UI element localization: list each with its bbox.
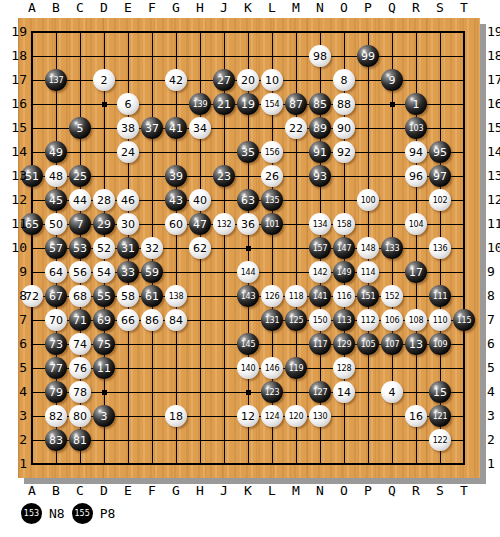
row-label-right-3: 3 xyxy=(487,409,500,423)
stone-white-120-M3: 120 xyxy=(285,405,307,427)
stone-white-48-B13: 48 xyxy=(45,165,67,187)
star-point-Q16 xyxy=(390,102,395,107)
stone-white-104-R11: 104 xyxy=(405,213,427,235)
stone-white-56-C9: 56 xyxy=(69,261,91,283)
stone-white-76-C5: 76 xyxy=(69,357,91,379)
stone-white-132-J11: 132 xyxy=(213,213,235,235)
row-label-left-14: 14 xyxy=(1,145,27,159)
stone-white-52-D10: 52 xyxy=(93,237,115,259)
stone-white-142-N9: 142 xyxy=(309,261,331,283)
stone-black-91-N14: 91 xyxy=(309,141,331,163)
stone-white-46-E12: 46 xyxy=(117,189,139,211)
col-label-bottom-J: J xyxy=(212,484,236,498)
stone-black-59-F9: 59 xyxy=(141,261,163,283)
stone-black-85-N16: 85 xyxy=(309,93,331,115)
col-label-top-C: C xyxy=(68,1,92,15)
stone-white-60-G11: 60 xyxy=(165,213,187,235)
stone-white-116-O8: 116 xyxy=(333,285,355,307)
stone-white-24-E14: 24 xyxy=(117,141,139,163)
stone-white-122-S2: 122 xyxy=(429,429,451,451)
stone-black-75-D6: 75 xyxy=(93,333,115,355)
row-label-left-17: 17 xyxy=(1,73,27,87)
stone-white-18-G3: 18 xyxy=(165,405,187,427)
star-point-K4 xyxy=(246,390,251,395)
stone-white-144-K9: 144 xyxy=(237,261,259,283)
row-label-right-13: 13 xyxy=(487,169,500,183)
stone-white-38-E15: 38 xyxy=(117,117,139,139)
stone-black-11-D5: 11 xyxy=(93,357,115,379)
stone-black-9-Q17: 9 xyxy=(381,69,403,91)
col-label-top-G: G xyxy=(164,1,188,15)
col-label-top-Q: Q xyxy=(380,1,404,15)
stone-black-139-H16: 139 xyxy=(189,93,211,115)
col-label-top-M: M xyxy=(284,1,308,15)
stone-white-108-R7: 108 xyxy=(405,309,427,331)
row-label-right-7: 7 xyxy=(487,313,500,327)
stone-white-28-D12: 28 xyxy=(93,189,115,211)
stone-white-42-G17: 42 xyxy=(165,69,187,91)
stone-white-128-O5: 128 xyxy=(333,357,355,379)
stone-black-3-D3: 3 xyxy=(93,405,115,427)
stone-black-109-S6: 109 xyxy=(429,333,451,355)
stone-white-140-K5: 140 xyxy=(237,357,259,379)
stone-white-100-P12: 100 xyxy=(357,189,379,211)
stone-white-2-D17: 2 xyxy=(93,69,115,91)
stone-white-58-E8: 58 xyxy=(117,285,139,307)
stone-white-6-E16: 6 xyxy=(117,93,139,115)
row-label-right-4: 4 xyxy=(487,385,500,399)
stone-white-98-N18: 98 xyxy=(309,45,331,67)
stone-white-110-S7: 110 xyxy=(429,309,451,331)
stone-black-103-R15: 103 xyxy=(405,117,427,139)
stone-white-118-M8: 118 xyxy=(285,285,307,307)
stone-black-89-N15: 89 xyxy=(309,117,331,139)
row-label-right-1: 1 xyxy=(487,457,500,471)
row-label-left-10: 10 xyxy=(1,241,27,255)
row-label-left-3: 3 xyxy=(1,409,27,423)
stone-black-141-N8: 141 xyxy=(309,285,331,307)
row-label-right-15: 15 xyxy=(487,121,500,135)
stone-white-130-N3: 130 xyxy=(309,405,331,427)
stone-white-96-R13: 96 xyxy=(405,165,427,187)
stone-black-67-B8: 67 xyxy=(45,285,67,307)
stone-white-134-N11: 134 xyxy=(309,213,331,235)
stone-black-117-N6: 117 xyxy=(309,333,331,355)
col-label-bottom-H: H xyxy=(188,484,212,498)
row-label-left-7: 7 xyxy=(1,313,27,327)
stone-white-148-P10: 148 xyxy=(357,237,379,259)
stone-black-77-B5: 77 xyxy=(45,357,67,379)
stone-white-50-B11: 50 xyxy=(45,213,67,235)
stone-black-93-N13: 93 xyxy=(309,165,331,187)
col-label-top-L: L xyxy=(260,1,284,15)
stone-white-114-P9: 114 xyxy=(357,261,379,283)
stone-black-31-E10: 31 xyxy=(117,237,139,259)
row-label-left-16: 16 xyxy=(1,97,27,111)
row-label-right-17: 17 xyxy=(487,73,500,87)
col-label-bottom-G: G xyxy=(164,484,188,498)
stone-black-49-B14: 49 xyxy=(45,141,67,163)
stone-white-126-L8: 126 xyxy=(261,285,283,307)
stone-black-1-R16: 1 xyxy=(405,93,427,115)
row-label-right-18: 18 xyxy=(487,49,500,63)
stone-white-156-L14: 156 xyxy=(261,141,283,163)
stone-black-79-B4: 79 xyxy=(45,381,67,403)
stone-white-80-C3: 80 xyxy=(69,405,91,427)
caption-stone-153: 153 xyxy=(21,503,42,524)
stone-white-158-O11: 158 xyxy=(333,213,355,235)
row-label-right-6: 6 xyxy=(487,337,500,351)
stone-black-105-P6: 105 xyxy=(357,333,379,355)
stone-white-12-K3: 12 xyxy=(237,405,259,427)
col-label-top-E: E xyxy=(116,1,140,15)
stone-white-82-B3: 82 xyxy=(45,405,67,427)
stone-white-36-K11: 36 xyxy=(237,213,259,235)
caption: 153 N8 155 P8 xyxy=(21,502,115,524)
stone-white-106-Q7: 106 xyxy=(381,309,403,331)
stone-black-87-M16: 87 xyxy=(285,93,307,115)
stone-white-4-Q4: 4 xyxy=(381,381,403,403)
col-label-bottom-M: M xyxy=(284,484,308,498)
stone-white-102-S12: 102 xyxy=(429,189,451,211)
stone-black-131-L7: 131 xyxy=(261,309,283,331)
stone-black-27-J17: 27 xyxy=(213,69,235,91)
stone-white-66-E7: 66 xyxy=(117,309,139,331)
col-label-top-O: O xyxy=(332,1,356,15)
stone-white-54-D9: 54 xyxy=(93,261,115,283)
stone-white-62-H10: 62 xyxy=(189,237,211,259)
stone-black-17-R9: 17 xyxy=(405,261,427,283)
stone-white-22-M15: 22 xyxy=(285,117,307,139)
stone-black-143-K8: 143 xyxy=(237,285,259,307)
col-label-bottom-Q: Q xyxy=(380,484,404,498)
stone-black-111-S8: 111 xyxy=(429,285,451,307)
col-label-bottom-O: O xyxy=(332,484,356,498)
row-label-left-1: 1 xyxy=(1,457,27,471)
stone-black-73-B6: 73 xyxy=(45,333,67,355)
row-label-left-13: 13 xyxy=(1,169,27,183)
stone-white-92-O14: 92 xyxy=(333,141,355,163)
stone-white-32-F10: 32 xyxy=(141,237,163,259)
stone-black-119-M5: 119 xyxy=(285,357,307,379)
col-label-bottom-D: D xyxy=(92,484,116,498)
col-label-bottom-E: E xyxy=(116,484,140,498)
row-label-left-12: 12 xyxy=(1,193,27,207)
col-label-top-P: P xyxy=(356,1,380,15)
grid-line-h-2 xyxy=(32,440,465,441)
stone-black-151-P8: 151 xyxy=(357,285,379,307)
row-label-right-19: 19 xyxy=(487,25,500,39)
stone-black-61-F8: 61 xyxy=(141,285,163,307)
star-point-D4 xyxy=(102,390,107,395)
stone-black-129-O6: 129 xyxy=(333,333,355,355)
stone-black-37-F15: 37 xyxy=(141,117,163,139)
stone-black-97-S13: 97 xyxy=(429,165,451,187)
stone-white-88-O16: 88 xyxy=(333,93,355,115)
col-label-bottom-S: S xyxy=(428,484,452,498)
col-label-top-T: T xyxy=(452,1,476,15)
stone-white-10-L17: 10 xyxy=(261,69,283,91)
stone-black-101-L11: 101 xyxy=(261,213,283,235)
stone-black-7-C11: 7 xyxy=(69,213,91,235)
stone-white-90-O15: 90 xyxy=(333,117,355,139)
row-label-right-12: 12 xyxy=(487,193,500,207)
stone-black-149-O9: 149 xyxy=(333,261,355,283)
stone-white-78-C4: 78 xyxy=(69,381,91,403)
col-label-top-A: A xyxy=(20,1,44,15)
row-label-right-10: 10 xyxy=(487,241,500,255)
stone-black-23-J13: 23 xyxy=(213,165,235,187)
row-label-left-4: 4 xyxy=(1,385,27,399)
stone-black-35-K14: 35 xyxy=(237,141,259,163)
stone-black-83-B2: 83 xyxy=(45,429,67,451)
caption-stone-155: 155 xyxy=(72,503,93,524)
row-label-left-6: 6 xyxy=(1,337,27,351)
stone-white-124-L3: 124 xyxy=(261,405,283,427)
row-label-left-9: 9 xyxy=(1,265,27,279)
stone-black-33-E9: 33 xyxy=(117,261,139,283)
stone-black-137-B17: 137 xyxy=(45,69,67,91)
stone-black-127-N4: 127 xyxy=(309,381,331,403)
row-label-left-2: 2 xyxy=(1,433,27,447)
stone-black-145-K6: 145 xyxy=(237,333,259,355)
col-label-bottom-A: A xyxy=(20,484,44,498)
stone-white-26-L13: 26 xyxy=(261,165,283,187)
star-point-D16 xyxy=(102,102,107,107)
stone-white-30-E11: 30 xyxy=(117,213,139,235)
stone-black-39-G13: 39 xyxy=(165,165,187,187)
col-label-top-F: F xyxy=(140,1,164,15)
stone-black-25-C13: 25 xyxy=(69,165,91,187)
row-label-left-8: 8 xyxy=(1,289,27,303)
stone-black-41-G15: 41 xyxy=(165,117,187,139)
stone-white-136-S10: 136 xyxy=(429,237,451,259)
stone-black-55-D8: 55 xyxy=(93,285,115,307)
col-label-bottom-R: R xyxy=(404,484,428,498)
stone-white-64-B9: 64 xyxy=(45,261,67,283)
col-label-bottom-P: P xyxy=(356,484,380,498)
stone-white-84-G7: 84 xyxy=(165,309,187,331)
stone-black-45-B12: 45 xyxy=(45,189,67,211)
col-label-top-D: D xyxy=(92,1,116,15)
stone-white-20-K17: 20 xyxy=(237,69,259,91)
row-label-right-11: 11 xyxy=(487,217,500,231)
stone-black-21-J16: 21 xyxy=(213,93,235,115)
stone-white-138-G8: 138 xyxy=(165,285,187,307)
row-label-right-2: 2 xyxy=(487,433,500,447)
stone-black-157-N10: 157 xyxy=(309,237,331,259)
caption-point-153: N8 xyxy=(49,506,65,521)
row-label-right-14: 14 xyxy=(487,145,500,159)
stone-black-135-L12: 135 xyxy=(261,189,283,211)
row-label-right-16: 16 xyxy=(487,97,500,111)
stone-white-74-C6: 74 xyxy=(69,333,91,355)
stone-white-154-L16: 154 xyxy=(261,93,283,115)
stone-black-29-D11: 29 xyxy=(93,213,115,235)
stone-black-13-R6: 13 xyxy=(405,333,427,355)
col-label-top-J: J xyxy=(212,1,236,15)
stone-black-133-Q10: 133 xyxy=(381,237,403,259)
row-label-right-5: 5 xyxy=(487,361,500,375)
stone-black-43-G12: 43 xyxy=(165,189,187,211)
goban: 1234567891011121314151617181920212223242… xyxy=(18,18,480,478)
col-label-bottom-B: B xyxy=(44,484,68,498)
col-label-bottom-F: F xyxy=(140,484,164,498)
row-label-left-11: 11 xyxy=(1,217,27,231)
stone-black-99-P18: 99 xyxy=(357,45,379,67)
col-label-top-N: N xyxy=(308,1,332,15)
stone-white-146-L5: 146 xyxy=(261,357,283,379)
stone-black-47-H11: 47 xyxy=(189,213,211,235)
col-label-top-K: K xyxy=(236,1,260,15)
stone-black-125-M7: 125 xyxy=(285,309,307,331)
stone-white-34-H15: 34 xyxy=(189,117,211,139)
star-point-K10 xyxy=(246,246,251,251)
stone-white-16-R3: 16 xyxy=(405,405,427,427)
row-label-left-15: 15 xyxy=(1,121,27,135)
row-label-left-18: 18 xyxy=(1,49,27,63)
col-label-top-S: S xyxy=(428,1,452,15)
stone-black-113-O7: 113 xyxy=(333,309,355,331)
go-diagram-page: 1234567891011121314151617181920212223242… xyxy=(0,0,500,537)
stone-black-81-C2: 81 xyxy=(69,429,91,451)
stone-black-147-O10: 147 xyxy=(333,237,355,259)
stone-black-57-B10: 57 xyxy=(45,237,67,259)
stone-black-69-D7: 69 xyxy=(93,309,115,331)
stone-white-70-B7: 70 xyxy=(45,309,67,331)
stone-black-107-Q6: 107 xyxy=(381,333,403,355)
stone-black-53-C10: 53 xyxy=(69,237,91,259)
stone-black-123-L4: 123 xyxy=(261,381,283,403)
row-label-right-9: 9 xyxy=(487,265,500,279)
caption-point-155: P8 xyxy=(100,506,116,521)
stone-black-95-S14: 95 xyxy=(429,141,451,163)
stone-white-152-Q8: 152 xyxy=(381,285,403,307)
col-label-bottom-T: T xyxy=(452,484,476,498)
stone-black-63-K12: 63 xyxy=(237,189,259,211)
col-label-bottom-K: K xyxy=(236,484,260,498)
stone-black-15-S4: 15 xyxy=(429,381,451,403)
row-label-left-5: 5 xyxy=(1,361,27,375)
stone-white-112-P7: 112 xyxy=(357,309,379,331)
stone-black-115-T7: 115 xyxy=(453,309,475,331)
stone-white-14-O4: 14 xyxy=(333,381,355,403)
col-label-bottom-L: L xyxy=(260,484,284,498)
row-label-left-19: 19 xyxy=(1,25,27,39)
col-label-bottom-C: C xyxy=(68,484,92,498)
col-label-top-H: H xyxy=(188,1,212,15)
stone-white-94-R14: 94 xyxy=(405,141,427,163)
col-label-bottom-N: N xyxy=(308,484,332,498)
col-label-top-B: B xyxy=(44,1,68,15)
col-label-top-R: R xyxy=(404,1,428,15)
stone-white-150-N7: 150 xyxy=(309,309,331,331)
stone-white-86-F7: 86 xyxy=(141,309,163,331)
stone-black-121-S3: 121 xyxy=(429,405,451,427)
stone-white-68-C8: 68 xyxy=(69,285,91,307)
stone-black-71-C7: 71 xyxy=(69,309,91,331)
stone-black-5-C15: 5 xyxy=(69,117,91,139)
stone-white-40-H12: 40 xyxy=(189,189,211,211)
stone-black-19-K16: 19 xyxy=(237,93,259,115)
stone-white-8-O17: 8 xyxy=(333,69,355,91)
row-label-right-8: 8 xyxy=(487,289,500,303)
stone-white-44-C12: 44 xyxy=(69,189,91,211)
